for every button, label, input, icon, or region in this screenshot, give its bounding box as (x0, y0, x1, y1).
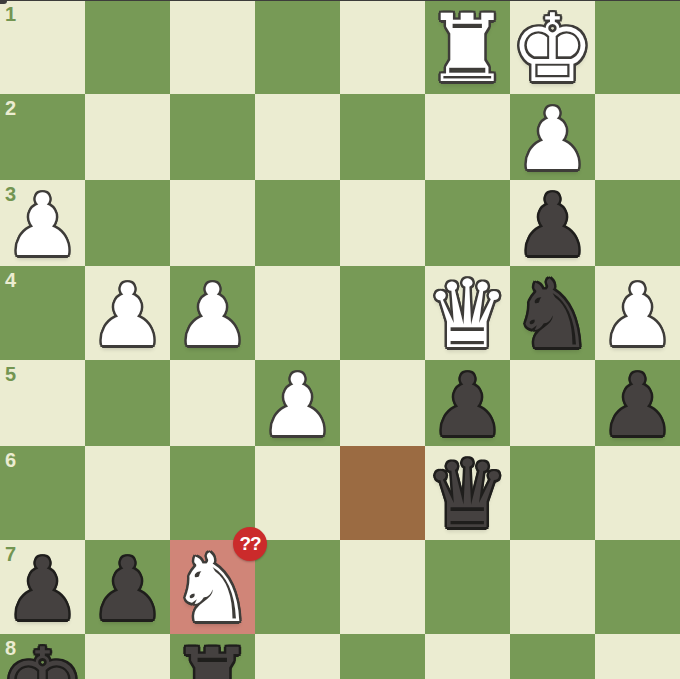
square-d3[interactable] (340, 180, 425, 266)
square-b6[interactable] (510, 446, 595, 540)
white-pawn[interactable]: ♟ (89, 272, 166, 358)
square-e8[interactable]: e (255, 634, 340, 679)
square-f4[interactable]: ♟ (170, 266, 255, 360)
square-c5[interactable]: ♟ (425, 360, 510, 446)
black-pawn[interactable]: ♟ (4, 546, 81, 632)
square-c3[interactable] (425, 180, 510, 266)
black-pawn[interactable]: ♟ (429, 362, 506, 448)
square-g6[interactable] (85, 446, 170, 540)
square-e6[interactable] (255, 446, 340, 540)
black-queen[interactable]: ♛ (425, 448, 509, 542)
square-a2[interactable] (595, 94, 680, 180)
rank-label-5: 5 (5, 364, 16, 384)
white-pawn[interactable]: ♟ (4, 182, 81, 268)
square-c7[interactable] (425, 540, 510, 634)
square-h7[interactable]: 7♟ (0, 540, 85, 634)
square-e7[interactable] (255, 540, 340, 634)
white-pawn[interactable]: ♟ (259, 362, 336, 448)
square-d7[interactable] (340, 540, 425, 634)
square-c4[interactable]: ♛ (425, 266, 510, 360)
square-g5[interactable] (85, 360, 170, 446)
square-f3[interactable] (170, 180, 255, 266)
square-d5[interactable] (340, 360, 425, 446)
square-d8[interactable]: d (340, 634, 425, 679)
square-e4[interactable] (255, 266, 340, 360)
chess-board[interactable]: 1♜♚2♟3♟♟4♟♟♛♞♟5♟♟♟6♛7♟♟♞??8h♚gf♜edcba (0, 0, 680, 679)
square-b2[interactable]: ♟ (510, 94, 595, 180)
square-d4[interactable] (340, 266, 425, 360)
white-pawn[interactable]: ♟ (174, 272, 251, 358)
square-f7[interactable]: ♞?? (170, 540, 255, 634)
square-g1[interactable] (85, 0, 170, 94)
square-b1[interactable]: ♚ (510, 0, 595, 94)
square-g4[interactable]: ♟ (85, 266, 170, 360)
square-g7[interactable]: ♟ (85, 540, 170, 634)
square-h6[interactable]: 6 (0, 446, 85, 540)
white-rook[interactable]: ♜ (425, 2, 509, 96)
rank-label-2: 2 (5, 98, 16, 118)
rank-label-6: 6 (5, 450, 16, 470)
square-e5[interactable]: ♟ (255, 360, 340, 446)
square-h2[interactable]: 2 (0, 94, 85, 180)
white-pawn[interactable]: ♟ (514, 96, 591, 182)
blunder-badge: ?? (233, 527, 267, 561)
square-f2[interactable] (170, 94, 255, 180)
white-king[interactable]: ♚ (510, 2, 594, 96)
black-pawn[interactable]: ♟ (599, 362, 676, 448)
square-c1[interactable]: ♜ (425, 0, 510, 94)
square-c2[interactable] (425, 94, 510, 180)
square-b7[interactable] (510, 540, 595, 634)
white-pawn[interactable]: ♟ (599, 272, 676, 358)
square-c8[interactable]: c (425, 634, 510, 679)
square-f5[interactable] (170, 360, 255, 446)
square-d1[interactable] (340, 0, 425, 94)
square-a4[interactable]: ♟ (595, 266, 680, 360)
black-king[interactable]: ♚ (0, 636, 84, 679)
white-queen[interactable]: ♛ (425, 268, 509, 362)
square-g2[interactable] (85, 94, 170, 180)
square-f1[interactable] (170, 0, 255, 94)
square-h1[interactable]: 1 (0, 0, 85, 94)
square-h4[interactable]: 4 (0, 266, 85, 360)
square-a1[interactable] (595, 0, 680, 94)
square-e3[interactable] (255, 180, 340, 266)
square-g3[interactable] (85, 180, 170, 266)
square-h3[interactable]: 3♟ (0, 180, 85, 266)
square-d6[interactable] (340, 446, 425, 540)
black-knight[interactable]: ♞ (510, 268, 594, 362)
black-pawn[interactable]: ♟ (89, 546, 166, 632)
square-b8[interactable]: b (510, 634, 595, 679)
rank-label-4: 4 (5, 270, 16, 290)
square-a3[interactable] (595, 180, 680, 266)
square-a7[interactable] (595, 540, 680, 634)
square-e2[interactable] (255, 94, 340, 180)
black-pawn[interactable]: ♟ (514, 182, 591, 268)
square-a8[interactable]: a (595, 634, 680, 679)
square-f6[interactable] (170, 446, 255, 540)
square-d2[interactable] (340, 94, 425, 180)
square-h5[interactable]: 5 (0, 360, 85, 446)
rank-label-1: 1 (5, 4, 16, 24)
square-a6[interactable] (595, 446, 680, 540)
square-a5[interactable]: ♟ (595, 360, 680, 446)
square-b4[interactable]: ♞ (510, 266, 595, 360)
square-b5[interactable] (510, 360, 595, 446)
square-c6[interactable]: ♛ (425, 446, 510, 540)
square-e1[interactable] (255, 0, 340, 94)
square-h8[interactable]: 8h♚ (0, 634, 85, 679)
square-b3[interactable]: ♟ (510, 180, 595, 266)
square-g8[interactable]: g (85, 634, 170, 679)
